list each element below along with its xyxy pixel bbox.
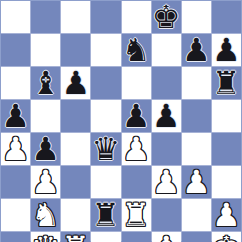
white-king-piece: ♚ [212,232,241,242]
square-h4[interactable] [212,133,241,165]
black-pawn-piece: ♟ [122,100,151,132]
square-a3[interactable] [1,166,30,198]
square-b4[interactable]: ♟ [31,133,60,165]
black-rook-piece: ♜ [212,67,241,99]
black-pawn-piece: ♟ [212,34,241,66]
square-d1[interactable] [91,232,120,242]
square-g7[interactable]: ♟ [182,34,211,66]
square-c8[interactable] [61,1,90,33]
square-h1[interactable]: ♚ [212,232,241,242]
square-h8[interactable] [212,1,241,33]
square-d8[interactable] [91,1,120,33]
square-h6[interactable]: ♜ [212,67,241,99]
square-a5[interactable]: ♟ [1,100,30,132]
white-bishop-piece: ♝ [152,232,181,242]
square-a2[interactable] [1,199,30,231]
square-e2[interactable]: ♜ [122,199,151,231]
white-pawn-piece: ♟ [212,199,241,231]
square-b2[interactable]: ♞ [31,199,60,231]
square-c1[interactable]: ♜ [61,232,90,242]
black-queen-piece: ♛ [92,133,121,165]
black-rook-piece: ♜ [92,199,121,231]
square-f6[interactable] [152,67,181,99]
square-c4[interactable] [61,133,90,165]
square-d5[interactable] [91,100,120,132]
white-pawn-piece: ♟ [182,166,211,198]
white-knight-piece: ♞ [31,199,60,231]
black-pawn-piece: ♟ [182,34,211,66]
black-knight-piece: ♞ [122,34,151,66]
square-d2[interactable]: ♜ [91,199,120,231]
square-h5[interactable] [212,100,241,132]
square-c6[interactable]: ♟ [61,67,90,99]
square-c2[interactable] [61,199,90,231]
square-f8[interactable]: ♚ [152,1,181,33]
square-d7[interactable] [91,34,120,66]
square-g8[interactable] [182,1,211,33]
square-a7[interactable] [1,34,30,66]
black-bishop-piece: ♝ [31,67,60,99]
square-f7[interactable] [152,34,181,66]
white-pawn-piece: ♟ [152,166,181,198]
square-a8[interactable] [1,1,30,33]
square-e4[interactable]: ♟ [122,133,151,165]
square-h3[interactable] [212,166,241,198]
black-pawn-piece: ♟ [61,67,90,99]
square-e5[interactable]: ♟ [122,100,151,132]
square-g5[interactable] [182,100,211,132]
square-f3[interactable]: ♟ [152,166,181,198]
square-c3[interactable] [61,166,90,198]
square-d4[interactable]: ♛ [91,133,120,165]
square-a4[interactable]: ♟ [1,133,30,165]
square-f1[interactable]: ♝ [152,232,181,242]
square-f4[interactable] [152,133,181,165]
white-queen-piece: ♛ [31,232,60,242]
square-b8[interactable] [31,1,60,33]
white-rook-piece: ♜ [122,199,151,231]
square-c7[interactable] [61,34,90,66]
square-d6[interactable] [91,67,120,99]
square-g1[interactable] [182,232,211,242]
square-b3[interactable]: ♟ [31,166,60,198]
square-g3[interactable]: ♟ [182,166,211,198]
square-h7[interactable]: ♟ [212,34,241,66]
square-e1[interactable] [122,232,151,242]
square-a1[interactable] [1,232,30,242]
white-pawn-piece: ♟ [122,133,151,165]
square-e7[interactable]: ♞ [122,34,151,66]
square-e6[interactable] [122,67,151,99]
white-rook-piece: ♜ [61,232,90,242]
square-b1[interactable]: ♛ [31,232,60,242]
square-e3[interactable] [122,166,151,198]
black-king-piece: ♚ [152,1,181,33]
black-pawn-piece: ♟ [31,133,60,165]
black-pawn-piece: ♟ [1,100,30,132]
black-pawn-piece: ♟ [152,100,181,132]
square-c5[interactable] [61,100,90,132]
square-g6[interactable] [182,67,211,99]
square-d3[interactable] [91,166,120,198]
white-pawn-piece: ♟ [1,133,30,165]
square-b6[interactable]: ♝ [31,67,60,99]
square-g4[interactable] [182,133,211,165]
square-g2[interactable] [182,199,211,231]
square-f5[interactable]: ♟ [152,100,181,132]
chess-board: ♚♞♟♟♝♟♜♟♟♟♟♟♛♟♟♟♟♞♜♜♟♛♜♝♚ [0,0,242,242]
square-a6[interactable] [1,67,30,99]
square-h2[interactable]: ♟ [212,199,241,231]
white-pawn-piece: ♟ [31,166,60,198]
square-b7[interactable] [31,34,60,66]
square-b5[interactable] [31,100,60,132]
square-e8[interactable] [122,1,151,33]
square-f2[interactable] [152,199,181,231]
